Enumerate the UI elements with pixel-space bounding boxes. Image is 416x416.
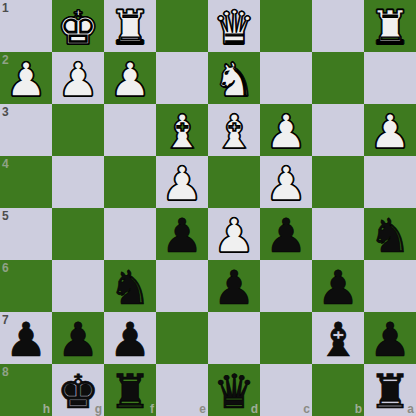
- square-b3[interactable]: [312, 104, 364, 156]
- square-b4[interactable]: [312, 156, 364, 208]
- square-b2[interactable]: [312, 52, 364, 104]
- piece-black-rook[interactable]: ♜: [109, 368, 151, 415]
- piece-black-pawn[interactable]: ♟: [57, 316, 99, 363]
- rank-label-1: 1: [2, 2, 9, 14]
- square-e6[interactable]: [156, 260, 208, 312]
- square-c3[interactable]: ♟: [260, 104, 312, 156]
- square-e4[interactable]: ♟: [156, 156, 208, 208]
- square-e8[interactable]: e: [156, 364, 208, 416]
- square-b6[interactable]: ♟: [312, 260, 364, 312]
- rank-label-8: 8: [2, 366, 9, 378]
- piece-white-bishop[interactable]: ♝: [161, 108, 203, 155]
- piece-white-pawn[interactable]: ♟: [369, 108, 411, 155]
- square-h8[interactable]: 8h: [0, 364, 52, 416]
- square-f5[interactable]: [104, 208, 156, 260]
- square-h2[interactable]: 2♟: [0, 52, 52, 104]
- square-d7[interactable]: [208, 312, 260, 364]
- square-a2[interactable]: [364, 52, 416, 104]
- square-a8[interactable]: a♜: [364, 364, 416, 416]
- square-h5[interactable]: 5: [0, 208, 52, 260]
- square-d1[interactable]: ♛: [208, 0, 260, 52]
- square-f6[interactable]: ♞: [104, 260, 156, 312]
- piece-white-pawn[interactable]: ♟: [57, 56, 99, 103]
- square-c1[interactable]: [260, 0, 312, 52]
- square-a1[interactable]: ♜: [364, 0, 416, 52]
- piece-black-knight[interactable]: ♞: [109, 264, 151, 311]
- square-f4[interactable]: [104, 156, 156, 208]
- square-g3[interactable]: [52, 104, 104, 156]
- square-d6[interactable]: ♟: [208, 260, 260, 312]
- square-a4[interactable]: [364, 156, 416, 208]
- square-a5[interactable]: ♞: [364, 208, 416, 260]
- piece-black-bishop[interactable]: ♝: [317, 316, 359, 363]
- piece-black-pawn[interactable]: ♟: [161, 212, 203, 259]
- square-e2[interactable]: [156, 52, 208, 104]
- square-f8[interactable]: f♜: [104, 364, 156, 416]
- square-e1[interactable]: [156, 0, 208, 52]
- piece-white-queen[interactable]: ♛: [213, 4, 255, 51]
- square-e3[interactable]: ♝: [156, 104, 208, 156]
- square-a6[interactable]: [364, 260, 416, 312]
- square-c4[interactable]: ♟: [260, 156, 312, 208]
- square-g6[interactable]: [52, 260, 104, 312]
- square-e5[interactable]: ♟: [156, 208, 208, 260]
- piece-white-king[interactable]: ♚: [57, 4, 99, 51]
- square-g2[interactable]: ♟: [52, 52, 104, 104]
- square-f1[interactable]: ♜: [104, 0, 156, 52]
- square-g8[interactable]: g♚: [52, 364, 104, 416]
- piece-black-pawn[interactable]: ♟: [265, 212, 307, 259]
- piece-black-knight[interactable]: ♞: [369, 212, 411, 259]
- file-label-e: e: [199, 403, 206, 415]
- piece-black-queen[interactable]: ♛: [213, 368, 255, 415]
- square-a3[interactable]: ♟: [364, 104, 416, 156]
- square-h6[interactable]: 6: [0, 260, 52, 312]
- square-g7[interactable]: ♟: [52, 312, 104, 364]
- square-c6[interactable]: [260, 260, 312, 312]
- file-label-b: b: [355, 403, 362, 415]
- square-d2[interactable]: ♞: [208, 52, 260, 104]
- piece-white-pawn[interactable]: ♟: [5, 56, 47, 103]
- square-b8[interactable]: b: [312, 364, 364, 416]
- piece-black-king[interactable]: ♚: [57, 368, 99, 415]
- square-f2[interactable]: ♟: [104, 52, 156, 104]
- piece-white-bishop[interactable]: ♝: [213, 108, 255, 155]
- piece-white-pawn[interactable]: ♟: [265, 160, 307, 207]
- chess-board: 1♚♜♛♜2♟♟♟♞3♝♝♟♟4♟♟5♟♟♟♞6♞♟♟7♟♟♟♝♟8hg♚f♜e…: [0, 0, 416, 416]
- piece-black-pawn[interactable]: ♟: [5, 316, 47, 363]
- square-f3[interactable]: [104, 104, 156, 156]
- square-h3[interactable]: 3: [0, 104, 52, 156]
- piece-black-pawn[interactable]: ♟: [213, 264, 255, 311]
- square-a7[interactable]: ♟: [364, 312, 416, 364]
- rank-label-6: 6: [2, 262, 9, 274]
- piece-white-rook[interactable]: ♜: [369, 4, 411, 51]
- square-g4[interactable]: [52, 156, 104, 208]
- piece-black-rook[interactable]: ♜: [369, 368, 411, 415]
- square-h1[interactable]: 1: [0, 0, 52, 52]
- square-b7[interactable]: ♝: [312, 312, 364, 364]
- piece-white-knight[interactable]: ♞: [213, 56, 255, 103]
- square-h7[interactable]: 7♟: [0, 312, 52, 364]
- piece-black-pawn[interactable]: ♟: [109, 316, 151, 363]
- square-d3[interactable]: ♝: [208, 104, 260, 156]
- square-e7[interactable]: [156, 312, 208, 364]
- piece-black-pawn[interactable]: ♟: [369, 316, 411, 363]
- piece-black-pawn[interactable]: ♟: [317, 264, 359, 311]
- square-c2[interactable]: [260, 52, 312, 104]
- file-label-h: h: [43, 403, 50, 415]
- rank-label-4: 4: [2, 158, 9, 170]
- square-d5[interactable]: ♟: [208, 208, 260, 260]
- square-c8[interactable]: c: [260, 364, 312, 416]
- square-h4[interactable]: 4: [0, 156, 52, 208]
- file-label-c: c: [303, 403, 310, 415]
- square-d8[interactable]: d♛: [208, 364, 260, 416]
- square-g1[interactable]: ♚: [52, 0, 104, 52]
- piece-white-pawn[interactable]: ♟: [109, 56, 151, 103]
- piece-white-pawn[interactable]: ♟: [161, 160, 203, 207]
- square-d4[interactable]: [208, 156, 260, 208]
- piece-white-rook[interactable]: ♜: [109, 4, 151, 51]
- square-b1[interactable]: [312, 0, 364, 52]
- rank-label-5: 5: [2, 210, 9, 222]
- square-g5[interactable]: [52, 208, 104, 260]
- rank-label-3: 3: [2, 106, 9, 118]
- square-b5[interactable]: [312, 208, 364, 260]
- square-c7[interactable]: [260, 312, 312, 364]
- piece-white-pawn[interactable]: ♟: [213, 212, 255, 259]
- piece-white-pawn[interactable]: ♟: [265, 108, 307, 155]
- square-f7[interactable]: ♟: [104, 312, 156, 364]
- square-c5[interactable]: ♟: [260, 208, 312, 260]
